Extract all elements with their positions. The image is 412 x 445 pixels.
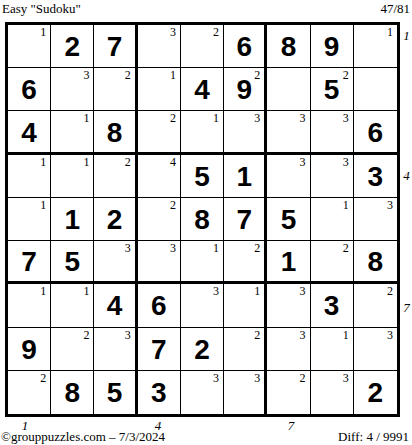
cell-r1c6[interactable]: 6 bbox=[224, 25, 267, 68]
cell-digit: 7 bbox=[151, 336, 167, 364]
cell-r2c7[interactable] bbox=[267, 68, 310, 111]
cell-r4c9[interactable]: 3 bbox=[354, 155, 397, 198]
cell-r7c1[interactable]: 1 bbox=[8, 284, 51, 327]
cell-r1c4[interactable]: 3 bbox=[138, 25, 181, 68]
pencil-mark: 2 bbox=[213, 25, 219, 39]
pencil-mark: 3 bbox=[213, 371, 219, 385]
cell-r2c4[interactable]: 1 bbox=[138, 68, 181, 111]
cell-r8c6[interactable]: 2 bbox=[224, 328, 267, 371]
cell-r9c8[interactable]: 3 bbox=[311, 371, 354, 414]
cell-r6c9[interactable]: 8 bbox=[354, 241, 397, 284]
cell-r8c9[interactable]: 3 bbox=[354, 328, 397, 371]
pencil-mark: 2 bbox=[125, 68, 131, 82]
cell-r7c8[interactable]: 3 bbox=[311, 284, 354, 327]
cell-digit: 3 bbox=[368, 163, 384, 191]
pencil-mark: 3 bbox=[343, 111, 349, 125]
sudoku-board: 1273268916321492524182133361124513331122… bbox=[5, 22, 400, 417]
cell-r8c8[interactable]: 1 bbox=[311, 328, 354, 371]
cell-r9c6[interactable]: 3 bbox=[224, 371, 267, 414]
cell-digit: 9 bbox=[324, 33, 340, 61]
pencil-mark: 1 bbox=[40, 198, 46, 212]
cell-r4c1[interactable]: 1 bbox=[8, 155, 51, 198]
pencil-mark: 2 bbox=[170, 111, 176, 125]
cell-r2c2[interactable]: 3 bbox=[51, 68, 94, 111]
cell-r7c2[interactable]: 1 bbox=[51, 284, 94, 327]
pencil-mark: 1 bbox=[213, 241, 219, 255]
cell-digit: 7 bbox=[107, 33, 123, 61]
cell-r2c3[interactable]: 2 bbox=[94, 68, 137, 111]
pencil-mark: 1 bbox=[387, 25, 393, 39]
cell-r4c4[interactable]: 4 bbox=[138, 155, 181, 198]
cell-digit: 8 bbox=[281, 33, 297, 61]
cell-r1c5[interactable]: 2 bbox=[181, 25, 224, 68]
cell-digit: 6 bbox=[151, 292, 167, 320]
cell-r8c5[interactable]: 2 bbox=[181, 328, 224, 371]
pencil-mark: 2 bbox=[343, 241, 349, 255]
cell-r8c7[interactable]: 3 bbox=[267, 328, 310, 371]
pencil-mark: 2 bbox=[254, 241, 260, 255]
cell-r1c7[interactable]: 8 bbox=[267, 25, 310, 68]
cell-r3c1[interactable]: 4 bbox=[8, 111, 51, 154]
row-marker-7: 7 bbox=[401, 300, 412, 316]
cell-r3c7[interactable]: 3 bbox=[267, 111, 310, 154]
cell-r7c4[interactable]: 6 bbox=[138, 284, 181, 327]
cell-r4c6[interactable]: 1 bbox=[224, 155, 267, 198]
pencil-mark: 3 bbox=[343, 155, 349, 169]
cell-r7c5[interactable]: 3 bbox=[181, 284, 224, 327]
pencil-mark: 1 bbox=[213, 111, 219, 125]
cell-digit: 1 bbox=[65, 206, 81, 234]
cell-r4c8[interactable]: 3 bbox=[311, 155, 354, 198]
pencil-mark: 3 bbox=[300, 111, 306, 125]
cell-r5c9[interactable]: 3 bbox=[354, 198, 397, 241]
pencil-mark: 3 bbox=[83, 68, 89, 82]
cell-digit: 2 bbox=[368, 379, 384, 407]
cell-r5c8[interactable]: 1 bbox=[311, 198, 354, 241]
pencil-mark: 1 bbox=[170, 68, 176, 82]
pencil-mark: 3 bbox=[213, 284, 219, 298]
pencil-mark: 2 bbox=[40, 371, 46, 385]
cell-r3c5[interactable]: 1 bbox=[181, 111, 224, 154]
cell-r3c3[interactable]: 8 bbox=[94, 111, 137, 154]
cell-digit: 7 bbox=[21, 248, 37, 276]
cell-digit: 8 bbox=[107, 119, 123, 147]
cell-r4c5[interactable]: 5 bbox=[181, 155, 224, 198]
cell-r4c3[interactable]: 2 bbox=[94, 155, 137, 198]
cell-r5c2[interactable]: 1 bbox=[51, 198, 94, 241]
cell-digit: 3 bbox=[151, 379, 167, 407]
cell-digit: 4 bbox=[194, 76, 210, 104]
cell-r4c2[interactable]: 1 bbox=[51, 155, 94, 198]
pencil-mark: 1 bbox=[83, 155, 89, 169]
cell-digit: 1 bbox=[236, 163, 252, 191]
cell-r3c2[interactable]: 1 bbox=[51, 111, 94, 154]
cell-r1c8[interactable]: 9 bbox=[311, 25, 354, 68]
page-title: Easy "Sudoku" bbox=[2, 1, 81, 17]
pencil-mark: 2 bbox=[170, 198, 176, 212]
cell-digit: 8 bbox=[368, 248, 384, 276]
cell-r5c6[interactable]: 7 bbox=[224, 198, 267, 241]
cell-r9c1[interactable]: 2 bbox=[8, 371, 51, 414]
cell-r1c3[interactable]: 7 bbox=[94, 25, 137, 68]
cell-r9c3[interactable]: 5 bbox=[94, 371, 137, 414]
cell-digit: 5 bbox=[194, 163, 210, 191]
pencil-mark: 3 bbox=[300, 328, 306, 342]
cell-r3c4[interactable]: 2 bbox=[138, 111, 181, 154]
cell-r2c5[interactable]: 4 bbox=[181, 68, 224, 111]
col-marker-7: 7 bbox=[288, 418, 295, 434]
pencil-mark: 3 bbox=[254, 371, 260, 385]
progress-counter: 47/81 bbox=[380, 1, 410, 17]
cell-r7c6[interactable]: 1 bbox=[224, 284, 267, 327]
cell-r6c8[interactable]: 2 bbox=[311, 241, 354, 284]
cell-digit: 6 bbox=[21, 76, 37, 104]
cell-r4c7[interactable]: 3 bbox=[267, 155, 310, 198]
cell-digit: 2 bbox=[65, 33, 81, 61]
cell-digit: 9 bbox=[21, 336, 37, 364]
cell-r8c1[interactable]: 9 bbox=[8, 328, 51, 371]
cell-r5c7[interactable]: 5 bbox=[267, 198, 310, 241]
cell-digit: 6 bbox=[236, 33, 252, 61]
pencil-mark: 3 bbox=[387, 328, 393, 342]
cell-r6c4[interactable]: 3 bbox=[138, 241, 181, 284]
cell-r6c3[interactable]: 3 bbox=[94, 241, 137, 284]
pencil-mark: 1 bbox=[343, 328, 349, 342]
pencil-mark: 2 bbox=[300, 371, 306, 385]
cell-digit: 5 bbox=[324, 76, 340, 104]
pencil-mark: 2 bbox=[83, 328, 89, 342]
cell-r1c9[interactable]: 1 bbox=[354, 25, 397, 68]
pencil-mark: 1 bbox=[83, 284, 89, 298]
cell-r5c4[interactable]: 2 bbox=[138, 198, 181, 241]
pencil-mark: 2 bbox=[254, 328, 260, 342]
cell-digit: 2 bbox=[194, 336, 210, 364]
cell-r8c2[interactable]: 2 bbox=[51, 328, 94, 371]
pencil-mark: 2 bbox=[343, 68, 349, 82]
cell-r7c7[interactable]: 3 bbox=[267, 284, 310, 327]
difficulty-label: Diff: 4 / 9991 bbox=[338, 429, 409, 445]
pencil-mark: 1 bbox=[40, 155, 46, 169]
pencil-mark: 3 bbox=[300, 284, 306, 298]
pencil-mark: 3 bbox=[170, 241, 176, 255]
cell-digit: 4 bbox=[107, 292, 123, 320]
cell-r5c5[interactable]: 8 bbox=[181, 198, 224, 241]
cell-r2c6[interactable]: 92 bbox=[224, 68, 267, 111]
pencil-mark: 4 bbox=[170, 155, 176, 169]
cell-r2c9[interactable] bbox=[354, 68, 397, 111]
sudoku-page: Easy "Sudoku" 47/81 12732689163214925241… bbox=[0, 0, 412, 445]
cell-r7c3[interactable]: 4 bbox=[94, 284, 137, 327]
cell-digit: 4 bbox=[21, 119, 37, 147]
cell-r9c5[interactable]: 3 bbox=[181, 371, 224, 414]
cell-r3c9[interactable]: 6 bbox=[354, 111, 397, 154]
cell-r8c4[interactable]: 7 bbox=[138, 328, 181, 371]
cell-digit: 8 bbox=[194, 206, 210, 234]
cell-r9c4[interactable]: 3 bbox=[138, 371, 181, 414]
cell-r6c1[interactable]: 7 bbox=[8, 241, 51, 284]
pencil-mark: 2 bbox=[254, 68, 260, 82]
cell-r1c2[interactable]: 2 bbox=[51, 25, 94, 68]
pencil-mark: 3 bbox=[125, 241, 131, 255]
pencil-mark: 1 bbox=[40, 25, 46, 39]
cell-r1c1[interactable]: 1 bbox=[8, 25, 51, 68]
cell-r6c5[interactable]: 1 bbox=[181, 241, 224, 284]
cell-digit: 8 bbox=[65, 379, 81, 407]
pencil-mark: 3 bbox=[387, 198, 393, 212]
cell-r9c9[interactable]: 2 bbox=[354, 371, 397, 414]
row-marker-4: 4 bbox=[401, 168, 412, 184]
row-marker-1: 1 bbox=[401, 28, 412, 44]
pencil-mark: 3 bbox=[125, 328, 131, 342]
cell-digit: 3 bbox=[324, 292, 340, 320]
cell-r9c7[interactable]: 2 bbox=[267, 371, 310, 414]
cell-r3c6[interactable]: 3 bbox=[224, 111, 267, 154]
cell-digit: 5 bbox=[65, 248, 81, 276]
cell-r2c1[interactable]: 6 bbox=[8, 68, 51, 111]
pencil-mark: 1 bbox=[83, 111, 89, 125]
cell-digit: 2 bbox=[107, 206, 123, 234]
pencil-mark: 2 bbox=[125, 155, 131, 169]
cell-digit: 1 bbox=[281, 248, 297, 276]
cell-r8c3[interactable]: 3 bbox=[94, 328, 137, 371]
cell-r3c8[interactable]: 3 bbox=[311, 111, 354, 154]
pencil-mark: 1 bbox=[40, 284, 46, 298]
cell-digit: 7 bbox=[236, 206, 252, 234]
pencil-mark: 3 bbox=[343, 371, 349, 385]
cell-r7c9[interactable]: 2 bbox=[354, 284, 397, 327]
cell-r5c3[interactable]: 2 bbox=[94, 198, 137, 241]
pencil-mark: 1 bbox=[254, 284, 260, 298]
cell-digit: 9 bbox=[236, 76, 252, 104]
cell-r6c7[interactable]: 1 bbox=[267, 241, 310, 284]
pencil-mark: 2 bbox=[387, 284, 393, 298]
cell-r9c2[interactable]: 8 bbox=[51, 371, 94, 414]
cell-digit: 5 bbox=[281, 206, 297, 234]
pencil-mark: 1 bbox=[343, 198, 349, 212]
cell-digit: 5 bbox=[107, 379, 123, 407]
pencil-mark: 3 bbox=[170, 25, 176, 39]
cell-r6c2[interactable]: 5 bbox=[51, 241, 94, 284]
cell-r6c6[interactable]: 2 bbox=[224, 241, 267, 284]
cell-r2c8[interactable]: 52 bbox=[311, 68, 354, 111]
cell-r5c1[interactable]: 1 bbox=[8, 198, 51, 241]
pencil-mark: 3 bbox=[300, 155, 306, 169]
pencil-mark: 3 bbox=[254, 111, 260, 125]
cell-digit: 6 bbox=[368, 119, 384, 147]
copyright-credit: ©grouppuzzles.com – 7/3/2024 bbox=[1, 429, 165, 445]
